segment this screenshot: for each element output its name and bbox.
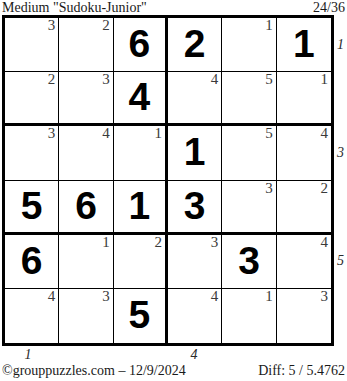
cell-r5c2[interactable]: 1 — [59, 235, 113, 289]
corner-mark: 3 — [265, 181, 273, 196]
cell-r2c3[interactable]: 4 — [114, 72, 168, 126]
corner-mark: 2 — [48, 72, 56, 87]
row-label-3: 3 — [337, 146, 347, 160]
cell-r4c5[interactable]: 3 — [222, 181, 276, 235]
corner-mark: 3 — [48, 126, 56, 141]
given-digit: 6 — [128, 24, 150, 63]
page-title: Medium "Sudoku-Junior" — [2, 0, 147, 15]
cell-r1c2[interactable]: 2 — [59, 18, 113, 72]
corner-mark: 3 — [211, 235, 219, 250]
cells-remaining-counter: 24/36 — [313, 0, 345, 15]
cell-r6c6[interactable]: 3 — [277, 289, 331, 343]
cell-r5c5[interactable]: 3 — [222, 235, 276, 289]
corner-mark: 5 — [265, 72, 273, 87]
corner-mark: 1 — [265, 18, 273, 33]
cell-r5c6[interactable]: 4 — [277, 235, 331, 289]
cell-r6c2[interactable]: 3 — [59, 289, 113, 343]
corner-mark: 4 — [320, 235, 328, 250]
corner-mark: 1 — [265, 289, 273, 304]
given-digit: 5 — [21, 186, 43, 225]
cell-r1c1[interactable]: 3 — [5, 18, 59, 72]
cell-r1c5[interactable]: 1 — [222, 18, 276, 72]
cell-r4c6[interactable]: 2 — [277, 181, 331, 235]
corner-mark: 1 — [320, 72, 328, 87]
row-label-5: 5 — [337, 254, 347, 268]
cell-r2c4[interactable]: 4 — [168, 72, 222, 126]
row-label-1: 1 — [337, 38, 347, 52]
given-digit: 1 — [184, 132, 206, 171]
cell-r5c1[interactable]: 6 — [5, 235, 59, 289]
cell-r3c2[interactable]: 4 — [59, 126, 113, 180]
given-digit: 3 — [238, 241, 260, 280]
cell-r3c3[interactable]: 1 — [114, 126, 168, 180]
corner-mark: 5 — [265, 126, 273, 141]
col-label-4: 4 — [188, 348, 200, 362]
cell-r3c6[interactable]: 4 — [277, 126, 331, 180]
corner-mark: 3 — [48, 18, 56, 33]
corner-mark: 4 — [102, 126, 110, 141]
cell-r3c4[interactable]: 1 — [168, 126, 222, 180]
corner-mark: 4 — [211, 72, 219, 87]
given-digit: 1 — [128, 186, 150, 225]
cell-r6c3[interactable]: 5 — [114, 289, 168, 343]
cell-r2c5[interactable]: 5 — [222, 72, 276, 126]
corner-mark: 3 — [320, 289, 328, 304]
corner-mark: 3 — [102, 72, 110, 87]
given-digit: 3 — [184, 186, 206, 225]
corner-mark: 1 — [102, 235, 110, 250]
cell-r1c4[interactable]: 2 — [168, 18, 222, 72]
col-label-1: 1 — [22, 348, 34, 362]
cell-r4c2[interactable]: 6 — [59, 181, 113, 235]
cell-r2c1[interactable]: 2 — [5, 72, 59, 126]
corner-mark: 1 — [154, 126, 162, 141]
cell-r6c4[interactable]: 4 — [168, 289, 222, 343]
corner-mark: 2 — [320, 181, 328, 196]
given-digit: 6 — [75, 186, 97, 225]
corner-mark: 2 — [102, 18, 110, 33]
copyright-text: ©grouppuzzles.com – 12/9/2024 — [2, 363, 186, 378]
corner-mark: 3 — [102, 289, 110, 304]
cell-r5c3[interactable]: 2 — [114, 235, 168, 289]
corner-mark: 4 — [320, 126, 328, 141]
cell-r4c4[interactable]: 3 — [168, 181, 222, 235]
cell-r6c1[interactable]: 4 — [5, 289, 59, 343]
cell-r6c5[interactable]: 1 — [222, 289, 276, 343]
given-digit: 6 — [21, 241, 43, 280]
corner-mark: 4 — [211, 289, 219, 304]
given-digit: 4 — [128, 77, 150, 116]
cell-r1c6[interactable]: 1 — [277, 18, 331, 72]
corner-mark: 4 — [48, 289, 56, 304]
given-digit: 2 — [184, 24, 206, 63]
difficulty-text: Diff: 5 / 5.4762 — [258, 363, 345, 378]
cell-r3c5[interactable]: 5 — [222, 126, 276, 180]
cell-r5c4[interactable]: 3 — [168, 235, 222, 289]
cell-r4c3[interactable]: 1 — [114, 181, 168, 235]
corner-mark: 2 — [154, 235, 162, 250]
cell-r3c1[interactable]: 3 — [5, 126, 59, 180]
sudoku-board: 326211234451341154561332612334435413 — [2, 15, 334, 346]
cell-r1c3[interactable]: 6 — [114, 18, 168, 72]
cell-r2c2[interactable]: 3 — [59, 72, 113, 126]
given-digit: 1 — [293, 24, 315, 63]
given-digit: 5 — [128, 295, 150, 334]
cell-r4c1[interactable]: 5 — [5, 181, 59, 235]
cell-r2c6[interactable]: 1 — [277, 72, 331, 126]
